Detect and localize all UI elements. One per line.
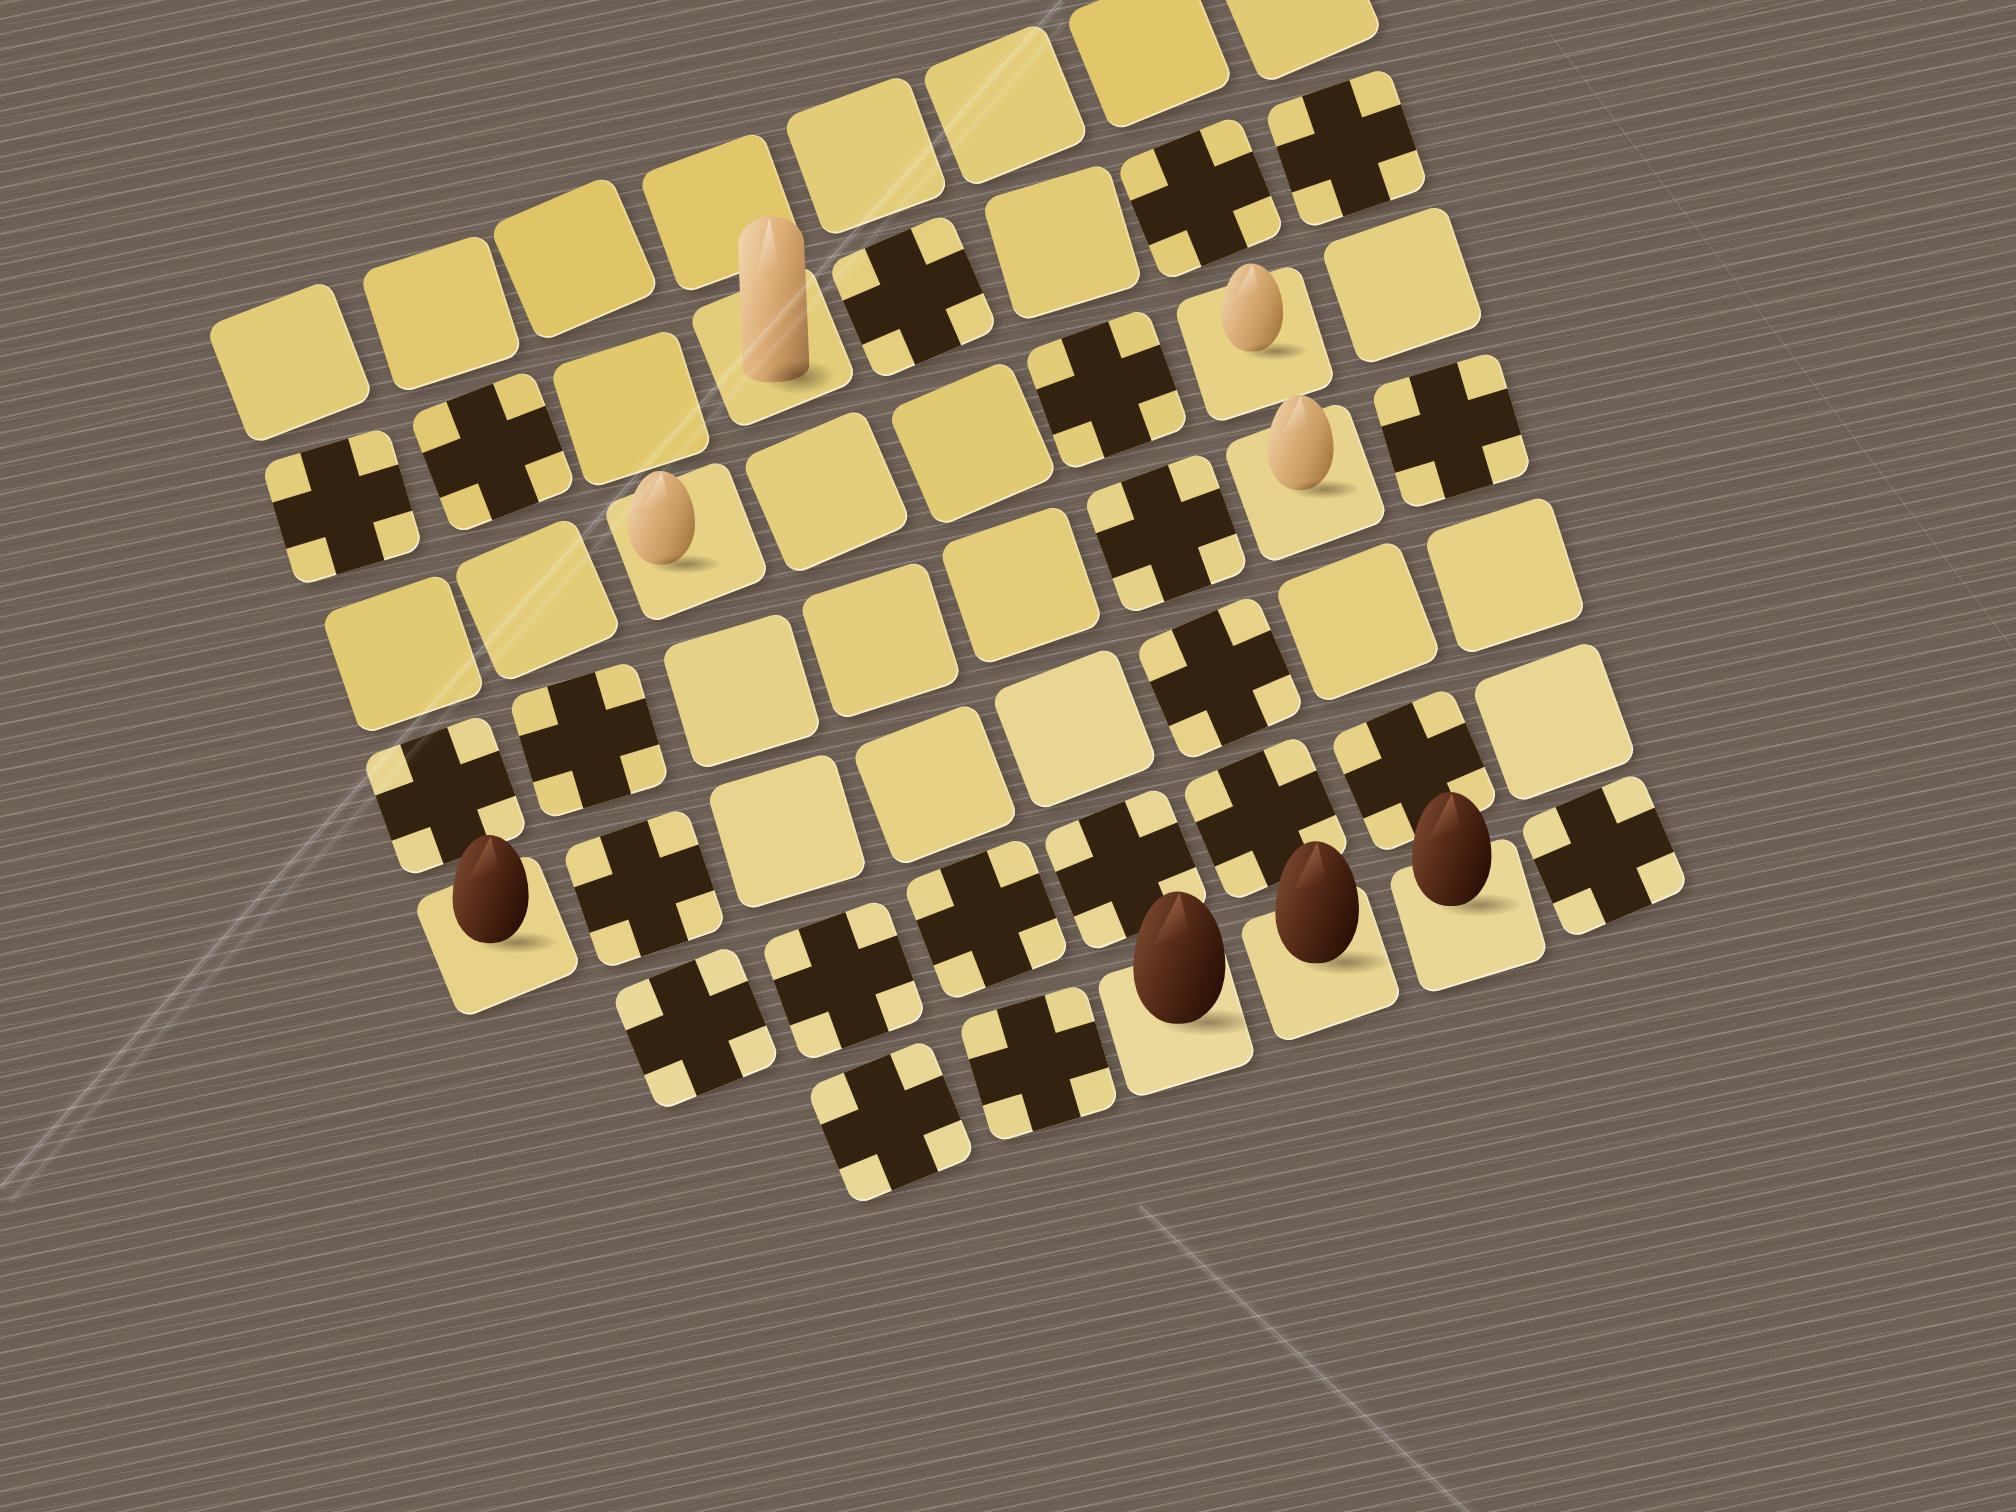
game-board: [210, 0, 1690, 1306]
cross-tile[interactable]: [827, 212, 999, 381]
plain-tile[interactable]: [851, 702, 1020, 868]
plain-tile[interactable]: [938, 503, 1104, 666]
cross-tile[interactable]: [1023, 307, 1191, 472]
plain-tile[interactable]: [1273, 539, 1442, 705]
dark-cone-3[interactable]: [1275, 841, 1360, 964]
dark-cone-1[interactable]: [452, 835, 529, 944]
light-tall-pawn[interactable]: [737, 214, 810, 384]
plain-tile[interactable]: [798, 559, 962, 721]
plain-tile[interactable]: [740, 407, 912, 576]
cross-tile[interactable]: [1263, 67, 1429, 230]
cross-tile[interactable]: [902, 836, 1071, 1002]
plain-tile[interactable]: [549, 328, 713, 490]
cross-tile[interactable]: [1115, 115, 1286, 283]
plain-tile[interactable]: [782, 73, 950, 238]
glass-edge-reflection: [1139, 1205, 1471, 1512]
cross-tile[interactable]: [611, 944, 782, 1112]
cross-tile[interactable]: [508, 660, 671, 820]
plain-tile[interactable]: [920, 21, 1091, 189]
cross-tile[interactable]: [1134, 594, 1306, 763]
cross-tile[interactable]: [1518, 771, 1690, 940]
plain-tile[interactable]: [706, 751, 869, 911]
plain-tile[interactable]: [1319, 203, 1485, 366]
cross-tile[interactable]: [408, 369, 577, 535]
cross-tile[interactable]: [261, 426, 424, 586]
plain-tile[interactable]: [489, 174, 661, 343]
cross-tile[interactable]: [806, 1039, 977, 1207]
plain-tile[interactable]: [1470, 639, 1638, 804]
plain-tile[interactable]: [660, 611, 823, 771]
plain-tile[interactable]: [1064, 0, 1235, 132]
plain-tile[interactable]: [990, 646, 1159, 812]
cross-tile[interactable]: [760, 898, 928, 1063]
photo-scene: [0, 0, 2016, 1512]
plain-tile[interactable]: [1212, 0, 1384, 85]
plain-tile[interactable]: [981, 162, 1144, 322]
plain-tile[interactable]: [359, 233, 523, 395]
cross-tile[interactable]: [561, 807, 727, 970]
floor-plank-seam: [1546, 31, 2016, 664]
plain-tile[interactable]: [205, 279, 374, 445]
cross-tile[interactable]: [1370, 350, 1533, 510]
plain-tile[interactable]: [320, 572, 486, 735]
plain-tile[interactable]: [451, 516, 623, 685]
cross-tile[interactable]: [957, 983, 1120, 1143]
plain-tile[interactable]: [887, 359, 1059, 528]
plain-tile[interactable]: [1423, 494, 1587, 656]
cross-tile[interactable]: [1082, 451, 1250, 616]
